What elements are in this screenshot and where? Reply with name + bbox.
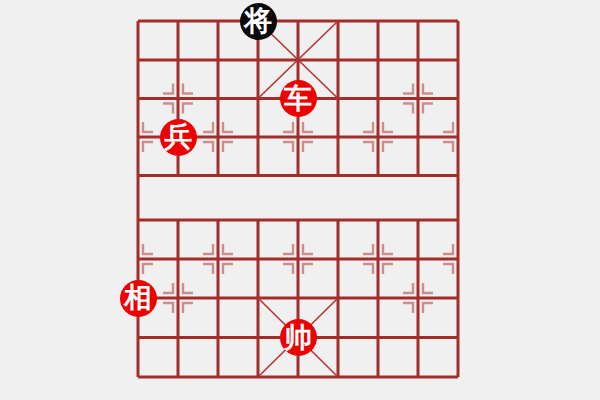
piece-black-general[interactable]: 将 [240, 3, 277, 40]
piece-glyph: 兵 [164, 123, 192, 151]
piece-red-chariot[interactable]: 车 [280, 80, 317, 117]
piece-glyph: 车 [284, 85, 312, 113]
xiangqi-board[interactable]: 将车兵相帅 [0, 0, 600, 400]
piece-glyph: 相 [124, 284, 152, 312]
piece-red-general[interactable]: 帅 [280, 319, 317, 356]
piece-glyph: 将 [244, 7, 272, 35]
piece-red-soldier[interactable]: 兵 [160, 119, 197, 156]
piece-red-elephant[interactable]: 相 [120, 280, 157, 317]
piece-glyph: 帅 [284, 324, 312, 352]
